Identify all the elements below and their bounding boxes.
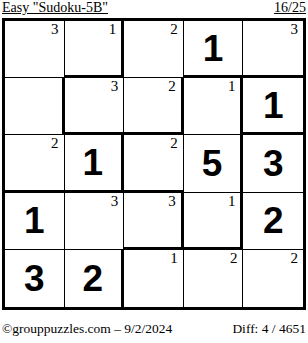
cell-r1c3[interactable]: 2 — [124, 21, 184, 78]
cell-r2c4[interactable]: 1 — [184, 78, 244, 135]
corner-clue-digit: 1 — [228, 193, 236, 210]
corner-clue-digit: 3 — [290, 21, 298, 38]
cell-r5c1[interactable]: 3 — [5, 250, 65, 307]
corner-clue-digit: 1 — [228, 78, 236, 95]
puzzle-page: Easy "Sudoku-5B" 16/25 31213321121253133… — [0, 0, 308, 343]
cell-r4c4[interactable]: 1 — [184, 193, 244, 250]
page-title: Easy "Sudoku-5B" — [2, 0, 108, 16]
cell-r3c4[interactable]: 5 — [184, 135, 244, 192]
cell-r4c5[interactable]: 2 — [243, 193, 303, 250]
big-digit: 1 — [5, 193, 64, 249]
cell-r5c4[interactable]: 2 — [184, 250, 244, 307]
cell-r5c2[interactable]: 2 — [65, 250, 125, 307]
cell-r3c2[interactable]: 1 — [65, 135, 125, 192]
cell-r2c1[interactable] — [5, 78, 65, 135]
cell-r3c1[interactable]: 2 — [5, 135, 65, 192]
footer: ©grouppuzzles.com – 9/2/2024 Diff: 4 / 4… — [2, 321, 306, 337]
big-digit: 5 — [184, 135, 241, 191]
puzzle-grid: 312133211212531331232122 — [2, 18, 306, 310]
cell-r4c3[interactable]: 3 — [124, 193, 184, 250]
big-digit: 3 — [5, 250, 64, 307]
cell-r1c1[interactable]: 3 — [5, 21, 65, 78]
cell-r2c3[interactable]: 2 — [124, 78, 184, 135]
corner-clue-digit: 1 — [170, 250, 178, 267]
corner-clue-digit: 2 — [230, 250, 238, 267]
cell-r4c1[interactable]: 1 — [5, 193, 65, 250]
corner-clue-digit: 2 — [168, 78, 176, 95]
cell-r4c2[interactable]: 3 — [65, 193, 125, 250]
puzzle-counter: 16/25 — [274, 0, 306, 16]
big-digit: 1 — [184, 21, 243, 75]
corner-clue-digit: 1 — [109, 21, 117, 38]
copyright-text: ©grouppuzzles.com – 9/2/2024 — [2, 321, 172, 337]
cell-r3c5[interactable]: 3 — [243, 135, 303, 192]
big-digit: 2 — [65, 250, 122, 307]
corner-clue-digit: 2 — [170, 135, 178, 152]
corner-clue-digit: 2 — [290, 250, 298, 267]
corner-clue-digit: 3 — [111, 78, 119, 95]
cell-r1c4[interactable]: 1 — [184, 21, 244, 78]
difficulty-text: Diff: 4 / 4651 — [232, 321, 306, 337]
corner-clue-digit: 3 — [51, 21, 59, 38]
cell-r1c2[interactable]: 1 — [65, 21, 125, 78]
header: Easy "Sudoku-5B" 16/25 — [2, 0, 306, 17]
cell-r2c2[interactable]: 3 — [65, 78, 125, 135]
cell-r5c3[interactable]: 1 — [124, 250, 184, 307]
big-digit: 3 — [243, 135, 303, 191]
corner-clue-digit: 3 — [111, 193, 119, 210]
cell-r5c5[interactable]: 2 — [243, 250, 303, 307]
cell-r2c5[interactable]: 1 — [243, 78, 303, 135]
corner-clue-digit: 2 — [51, 135, 59, 152]
big-digit: 1 — [65, 135, 122, 189]
corner-clue-digit: 2 — [170, 21, 178, 38]
corner-clue-digit: 3 — [168, 193, 176, 210]
big-digit: 1 — [243, 78, 303, 132]
cell-r1c5[interactable]: 3 — [243, 21, 303, 78]
big-digit: 2 — [243, 193, 303, 249]
cell-r3c3[interactable]: 2 — [124, 135, 184, 192]
